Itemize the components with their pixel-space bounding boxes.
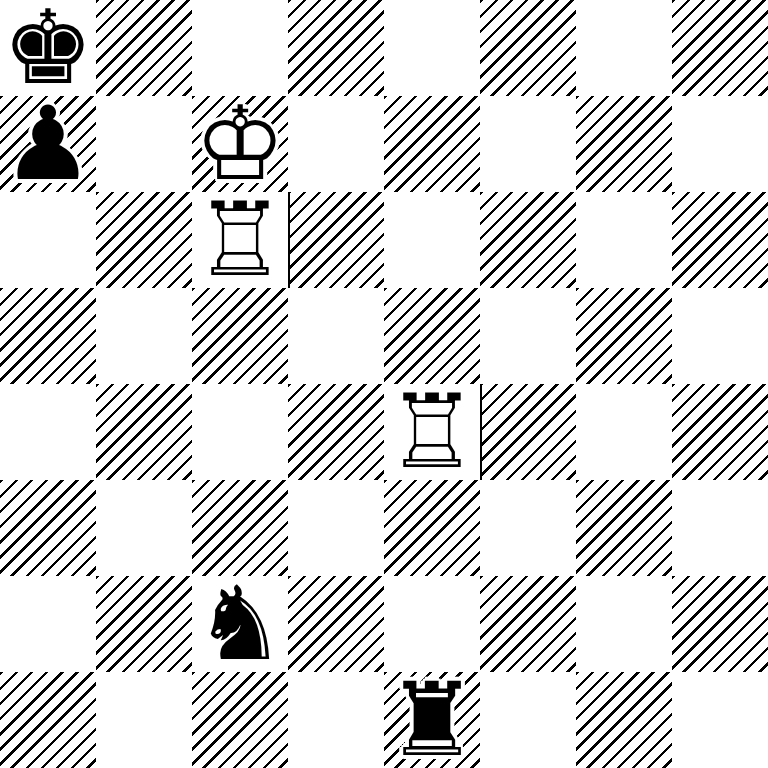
square-g2[interactable] (576, 576, 672, 672)
square-c3[interactable] (192, 480, 288, 576)
square-e6[interactable] (384, 192, 480, 288)
square-c1[interactable] (192, 672, 288, 768)
square-h4[interactable] (672, 384, 768, 480)
square-c2[interactable]: ♞♞ (192, 576, 288, 672)
piece-white-rook[interactable]: ♜♖ (192, 192, 288, 288)
white-rook-glyph: ♖ (192, 192, 288, 288)
square-a6[interactable] (0, 192, 96, 288)
square-f5[interactable] (480, 288, 576, 384)
square-g1[interactable] (576, 672, 672, 768)
black-knight-glyph: ♞ (192, 576, 288, 672)
square-g8[interactable] (576, 0, 672, 96)
square-d4[interactable] (288, 384, 384, 480)
square-d8[interactable] (288, 0, 384, 96)
piece-black-king[interactable]: ♚♚ (0, 0, 96, 96)
square-a8[interactable]: ♚♚ (0, 0, 96, 96)
square-b4[interactable] (96, 384, 192, 480)
square-e4[interactable]: ♜♖ (384, 384, 480, 480)
square-d7[interactable] (288, 96, 384, 192)
square-c7[interactable]: ♚♔ (192, 96, 288, 192)
square-h2[interactable] (672, 576, 768, 672)
square-a4[interactable] (0, 384, 96, 480)
square-b6[interactable] (96, 192, 192, 288)
white-rook-glyph: ♖ (384, 384, 480, 480)
square-g4[interactable] (576, 384, 672, 480)
square-d6[interactable] (288, 192, 384, 288)
square-h8[interactable] (672, 0, 768, 96)
square-g3[interactable] (576, 480, 672, 576)
square-e8[interactable] (384, 0, 480, 96)
square-g7[interactable] (576, 96, 672, 192)
square-d5[interactable] (288, 288, 384, 384)
square-h7[interactable] (672, 96, 768, 192)
square-e7[interactable] (384, 96, 480, 192)
square-f7[interactable] (480, 96, 576, 192)
square-a7[interactable]: ♟♟ (0, 96, 96, 192)
square-b7[interactable] (96, 96, 192, 192)
square-b8[interactable] (96, 0, 192, 96)
square-f3[interactable] (480, 480, 576, 576)
square-f1[interactable] (480, 672, 576, 768)
square-b3[interactable] (96, 480, 192, 576)
square-d3[interactable] (288, 480, 384, 576)
piece-white-rook[interactable]: ♜♖ (384, 384, 480, 480)
square-a3[interactable] (0, 480, 96, 576)
square-e5[interactable] (384, 288, 480, 384)
square-a1[interactable] (0, 672, 96, 768)
piece-black-pawn[interactable]: ♟♟ (0, 96, 96, 192)
square-h1[interactable] (672, 672, 768, 768)
square-b5[interactable] (96, 288, 192, 384)
square-e1[interactable]: ♜♜ (384, 672, 480, 768)
piece-black-knight[interactable]: ♞♞ (192, 576, 288, 672)
square-f2[interactable] (480, 576, 576, 672)
piece-black-rook[interactable]: ♜♜ (384, 672, 480, 768)
square-d1[interactable] (288, 672, 384, 768)
square-e3[interactable] (384, 480, 480, 576)
square-c8[interactable] (192, 0, 288, 96)
black-pawn-glyph: ♟ (0, 96, 96, 192)
square-c6[interactable]: ♜♖ (192, 192, 288, 288)
square-e2[interactable] (384, 576, 480, 672)
black-rook-glyph: ♜ (384, 672, 480, 768)
square-h5[interactable] (672, 288, 768, 384)
square-h6[interactable] (672, 192, 768, 288)
square-g5[interactable] (576, 288, 672, 384)
square-d2[interactable] (288, 576, 384, 672)
square-c4[interactable] (192, 384, 288, 480)
chess-board: ♚♚♟♟♚♔♜♖♜♖♞♞♜♜ (0, 0, 768, 768)
square-f8[interactable] (480, 0, 576, 96)
white-king-glyph: ♔ (192, 96, 288, 192)
square-a2[interactable] (0, 576, 96, 672)
square-g6[interactable] (576, 192, 672, 288)
square-h3[interactable] (672, 480, 768, 576)
square-a5[interactable] (0, 288, 96, 384)
piece-white-king[interactable]: ♚♔ (192, 96, 288, 192)
square-b2[interactable] (96, 576, 192, 672)
square-f4[interactable] (480, 384, 576, 480)
square-b1[interactable] (96, 672, 192, 768)
square-c5[interactable] (192, 288, 288, 384)
black-king-glyph: ♚ (0, 0, 96, 96)
square-f6[interactable] (480, 192, 576, 288)
